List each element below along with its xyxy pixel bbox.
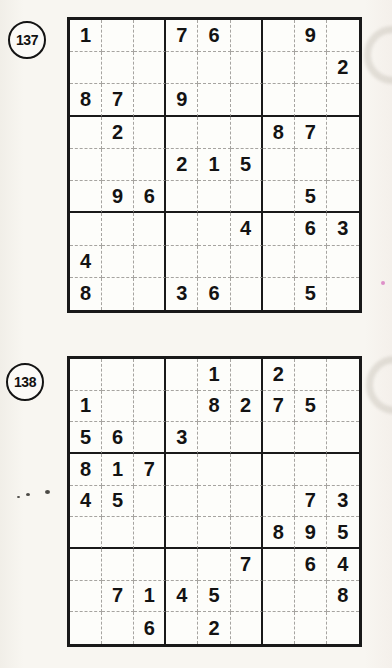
puzzle-138-cell-r8c2[interactable]: 7: [102, 581, 134, 613]
puzzle-137-cell-r2c5[interactable]: [198, 52, 230, 84]
puzzle-137-cell-r4c5[interactable]: [198, 117, 230, 149]
puzzle-137-cell-r2c3[interactable]: [134, 52, 166, 84]
puzzle-138-cell-r4c2[interactable]: 1: [102, 454, 134, 486]
puzzle-137-cell-r7c6[interactable]: 4: [231, 213, 263, 245]
puzzle-138-cell-r6c8[interactable]: 9: [295, 517, 327, 549]
puzzle-138-cell-r3c8[interactable]: [295, 422, 327, 454]
puzzle-138-cell-r5c1[interactable]: 4: [70, 486, 102, 518]
puzzle-138-cell-r6c7[interactable]: 8: [263, 517, 295, 549]
puzzle-137-cell-r5c3[interactable]: [134, 149, 166, 181]
puzzle-138-cell-r7c7[interactable]: [263, 549, 295, 581]
puzzle-137-cell-r5c6[interactable]: 5: [231, 149, 263, 181]
puzzle-137-cell-r9c9[interactable]: [327, 278, 359, 310]
puzzle-138-cell-r7c1[interactable]: [70, 549, 102, 581]
puzzle-138-cell-r2c3[interactable]: [134, 391, 166, 423]
puzzle-137-cell-r6c3[interactable]: 6: [134, 181, 166, 213]
puzzle-137-cell-r8c1[interactable]: 4: [70, 246, 102, 278]
puzzle-137-cell-r3c1[interactable]: 8: [70, 84, 102, 116]
puzzle-137-cell-r8c6[interactable]: [231, 246, 263, 278]
puzzle-138-cell-r5c4[interactable]: [166, 486, 198, 518]
puzzle-138-cell-r5c2[interactable]: 5: [102, 486, 134, 518]
puzzle-137-cell-r6c4[interactable]: [166, 181, 198, 213]
puzzle-137-cell-r7c4[interactable]: [166, 213, 198, 245]
print-through-ghost-ring-top: [364, 26, 392, 84]
puzzle-138-cell-r3c3[interactable]: [134, 422, 166, 454]
puzzle-138-cell-r4c6[interactable]: [231, 454, 263, 486]
puzzle-137-cell-r8c4[interactable]: [166, 246, 198, 278]
puzzle-137-cell-r7c9[interactable]: 3: [327, 213, 359, 245]
puzzle-138-cell-r9c3[interactable]: 6: [134, 612, 166, 644]
puzzle-137-cell-r3c5[interactable]: [198, 84, 230, 116]
puzzle-138-cell-r9c4[interactable]: [166, 612, 198, 644]
puzzle-137-cell-r1c7[interactable]: [263, 20, 295, 52]
puzzle-137-cell-r5c5[interactable]: 1: [198, 149, 230, 181]
puzzle-138-cell-r1c7[interactable]: 2: [263, 359, 295, 391]
puzzle-138-cell-r9c9[interactable]: [327, 612, 359, 644]
puzzle-138-cell-r5c9[interactable]: 3: [327, 486, 359, 518]
puzzle-137-cell-r9c8[interactable]: 5: [295, 278, 327, 310]
puzzle-137-cell-r4c1[interactable]: [70, 117, 102, 149]
puzzle-138-cell-r3c9[interactable]: [327, 422, 359, 454]
puzzle-137-cell-r6c5[interactable]: [198, 181, 230, 213]
puzzle-137-cell-r7c7[interactable]: [263, 213, 295, 245]
puzzle-137-cell-r9c1[interactable]: 8: [70, 278, 102, 310]
puzzle-138-cell-r6c4[interactable]: [166, 517, 198, 549]
puzzle-137-cell-r7c2[interactable]: [102, 213, 134, 245]
puzzle-137-cell-r6c1[interactable]: [70, 181, 102, 213]
puzzle-138-cell-r5c6[interactable]: [231, 486, 263, 518]
puzzle-138-cell-r1c1[interactable]: [70, 359, 102, 391]
puzzle-138-cell-r7c9[interactable]: 4: [327, 549, 359, 581]
puzzle-138-cell-r1c4[interactable]: [166, 359, 198, 391]
puzzle-137-cell-r5c9[interactable]: [327, 149, 359, 181]
puzzle-138-cell-r2c5[interactable]: 8: [198, 391, 230, 423]
puzzle-137-cell-r6c8[interactable]: 5: [295, 181, 327, 213]
puzzle-138-number: 138: [14, 374, 36, 390]
puzzle-137-cell-r7c3[interactable]: [134, 213, 166, 245]
puzzle-138-cell-r6c6[interactable]: [231, 517, 263, 549]
puzzle-137-cell-r5c1[interactable]: [70, 149, 102, 181]
pink-speck: [381, 281, 385, 285]
puzzle-137-cell-r4c8[interactable]: 7: [295, 117, 327, 149]
puzzle-138-cell-r2c8[interactable]: 5: [295, 391, 327, 423]
puzzle-137-cell-r3c7[interactable]: [263, 84, 295, 116]
puzzle-138-cell-r9c7[interactable]: [263, 612, 295, 644]
sudoku-grid-137: 1769287928721596546348365: [67, 17, 362, 313]
puzzle-137-cell-r2c8[interactable]: [295, 52, 327, 84]
puzzle-138-number-badge: 138: [6, 363, 44, 401]
puzzle-138-cell-r9c8[interactable]: [295, 612, 327, 644]
puzzle-138-cell-r7c4[interactable]: [166, 549, 198, 581]
puzzle-137-cell-r2c1[interactable]: [70, 52, 102, 84]
puzzle-137-cell-r5c4[interactable]: 2: [166, 149, 198, 181]
puzzle-138-cell-r6c5[interactable]: [198, 517, 230, 549]
puzzle-137-cell-r5c7[interactable]: [263, 149, 295, 181]
puzzle-138-cell-r8c4[interactable]: 4: [166, 581, 198, 613]
puzzle-138-cell-r4c4[interactable]: [166, 454, 198, 486]
puzzle-138-cell-r5c8[interactable]: 7: [295, 486, 327, 518]
puzzle-137-cell-r4c7[interactable]: 8: [263, 117, 295, 149]
puzzle-137-cell-r8c8[interactable]: [295, 246, 327, 278]
puzzle-138-cell-r1c8[interactable]: [295, 359, 327, 391]
puzzle-138-cell-r3c7[interactable]: [263, 422, 295, 454]
puzzle-138-cell-r3c6[interactable]: [231, 422, 263, 454]
puzzle-138-cell-r6c3[interactable]: [134, 517, 166, 549]
puzzle-137-cell-r9c4[interactable]: 3: [166, 278, 198, 310]
puzzle-137-cell-r5c2[interactable]: [102, 149, 134, 181]
puzzle-138-cell-r9c6[interactable]: [231, 612, 263, 644]
puzzle-137-cell-r4c3[interactable]: [134, 117, 166, 149]
puzzle-137-cell-r1c6[interactable]: [231, 20, 263, 52]
puzzle-138-cell-r4c9[interactable]: [327, 454, 359, 486]
puzzle-138-cell-r5c3[interactable]: [134, 486, 166, 518]
puzzle-138-cell-r8c6[interactable]: [231, 581, 263, 613]
puzzle-137-cell-r2c4[interactable]: [166, 52, 198, 84]
puzzle-137-cell-r1c3[interactable]: [134, 20, 166, 52]
puzzle-138-cell-r1c6[interactable]: [231, 359, 263, 391]
puzzle-137-number: 137: [16, 32, 38, 48]
puzzle-137-cell-r2c2[interactable]: [102, 52, 134, 84]
puzzle-137-cell-r8c7[interactable]: [263, 246, 295, 278]
puzzle-137-cell-r4c4[interactable]: [166, 117, 198, 149]
puzzle-137-cell-r9c3[interactable]: [134, 278, 166, 310]
puzzle-138-cell-r4c8[interactable]: [295, 454, 327, 486]
puzzle-137-cell-r9c7[interactable]: [263, 278, 295, 310]
puzzle-137-cell-r2c7[interactable]: [263, 52, 295, 84]
puzzle-137-cell-r3c9[interactable]: [327, 84, 359, 116]
puzzle-138-cell-r3c1[interactable]: 5: [70, 422, 102, 454]
puzzle-138-cell-r9c2[interactable]: [102, 612, 134, 644]
puzzle-138-cell-r1c3[interactable]: [134, 359, 166, 391]
puzzle-137-cell-r8c5[interactable]: [198, 246, 230, 278]
puzzle-137-cell-r2c6[interactable]: [231, 52, 263, 84]
puzzle-138-cell-r2c7[interactable]: 7: [263, 391, 295, 423]
puzzle-138-cell-r8c1[interactable]: [70, 581, 102, 613]
puzzle-137-cell-r6c6[interactable]: [231, 181, 263, 213]
ink-speck: [45, 490, 50, 494]
scanned-sudoku-page: 137 1769287928721596546348365 138 121827…: [0, 0, 392, 668]
puzzle-137-cell-r9c2[interactable]: [102, 278, 134, 310]
puzzle-137-cell-r9c6[interactable]: [231, 278, 263, 310]
puzzle-137-cell-r1c9[interactable]: [327, 20, 359, 52]
puzzle-137-cell-r7c8[interactable]: 6: [295, 213, 327, 245]
puzzle-138-cell-r4c1[interactable]: 8: [70, 454, 102, 486]
puzzle-138-cell-r7c3[interactable]: [134, 549, 166, 581]
puzzle-137-number-badge: 137: [8, 21, 46, 59]
puzzle-138-cell-r7c2[interactable]: [102, 549, 134, 581]
puzzle-137-cell-r9c5[interactable]: 6: [198, 278, 230, 310]
puzzle-138-cell-r3c2[interactable]: 6: [102, 422, 134, 454]
puzzle-137-cell-r3c3[interactable]: [134, 84, 166, 116]
puzzle-138-cell-r3c4[interactable]: 3: [166, 422, 198, 454]
ink-speck: [26, 493, 30, 496]
puzzle-138-cell-r2c6[interactable]: 2: [231, 391, 263, 423]
puzzle-137-cell-r8c3[interactable]: [134, 246, 166, 278]
puzzle-138-cell-r2c2[interactable]: [102, 391, 134, 423]
puzzle-137-cell-r8c9[interactable]: [327, 246, 359, 278]
puzzle-138-cell-r5c5[interactable]: [198, 486, 230, 518]
puzzle-138-cell-r8c8[interactable]: [295, 581, 327, 613]
puzzle-138-cell-r1c9[interactable]: [327, 359, 359, 391]
ink-speck: [17, 496, 20, 498]
puzzle-137-cell-r1c5[interactable]: 6: [198, 20, 230, 52]
puzzle-137-cell-r3c6[interactable]: [231, 84, 263, 116]
puzzle-138-cell-r2c1[interactable]: 1: [70, 391, 102, 423]
puzzle-137-cell-r4c9[interactable]: [327, 117, 359, 149]
puzzle-138-cell-r1c5[interactable]: 1: [198, 359, 230, 391]
puzzle-138-cell-r9c5[interactable]: 2: [198, 612, 230, 644]
puzzle-138-cell-r9c1[interactable]: [70, 612, 102, 644]
puzzle-138-cell-r8c9[interactable]: 8: [327, 581, 359, 613]
puzzle-137-cell-r1c4[interactable]: 7: [166, 20, 198, 52]
puzzle-137-cell-r1c1[interactable]: 1: [70, 20, 102, 52]
puzzle-138-cell-r5c7[interactable]: [263, 486, 295, 518]
puzzle-137-cell-r3c8[interactable]: [295, 84, 327, 116]
puzzle-137-cell-r1c2[interactable]: [102, 20, 134, 52]
puzzle-138-cell-r3c5[interactable]: [198, 422, 230, 454]
puzzle-138-cell-r4c5[interactable]: [198, 454, 230, 486]
puzzle-138-cell-r8c7[interactable]: [263, 581, 295, 613]
puzzle-137-cell-r3c4[interactable]: 9: [166, 84, 198, 116]
puzzle-137-cell-r6c7[interactable]: [263, 181, 295, 213]
puzzle-138-cell-r8c5[interactable]: 5: [198, 581, 230, 613]
puzzle-137-cell-r1c8[interactable]: 9: [295, 20, 327, 52]
puzzle-138-cell-r8c3[interactable]: 1: [134, 581, 166, 613]
puzzle-137-cell-r7c1[interactable]: [70, 213, 102, 245]
puzzle-138-cell-r4c3[interactable]: 7: [134, 454, 166, 486]
puzzle-138-cell-r4c7[interactable]: [263, 454, 295, 486]
puzzle-137-cell-r6c2[interactable]: 9: [102, 181, 134, 213]
puzzle-138-cell-r6c1[interactable]: [70, 517, 102, 549]
puzzle-137-cell-r3c2[interactable]: 7: [102, 84, 134, 116]
puzzle-137-cell-r4c2[interactable]: 2: [102, 117, 134, 149]
puzzle-138-cell-r1c2[interactable]: [102, 359, 134, 391]
puzzle-138-cell-r7c5[interactable]: [198, 549, 230, 581]
print-through-ghost-ring-bottom: [366, 356, 392, 414]
puzzle-138-cell-r6c9[interactable]: 5: [327, 517, 359, 549]
puzzle-137-cell-r5c8[interactable]: [295, 149, 327, 181]
puzzle-138-cell-r2c4[interactable]: [166, 391, 198, 423]
puzzle-137-cell-r8c2[interactable]: [102, 246, 134, 278]
puzzle-137-cell-r6c9[interactable]: [327, 181, 359, 213]
puzzle-137-cell-r7c5[interactable]: [198, 213, 230, 245]
puzzle-137-cell-r2c9[interactable]: 2: [327, 52, 359, 84]
puzzle-138-cell-r2c9[interactable]: [327, 391, 359, 423]
sudoku-grid-138: 121827556381745738957647145862: [67, 356, 362, 647]
puzzle-138-cell-r7c8[interactable]: 6: [295, 549, 327, 581]
puzzle-138-cell-r7c6[interactable]: 7: [231, 549, 263, 581]
puzzle-137-cell-r4c6[interactable]: [231, 117, 263, 149]
puzzle-138-cell-r6c2[interactable]: [102, 517, 134, 549]
